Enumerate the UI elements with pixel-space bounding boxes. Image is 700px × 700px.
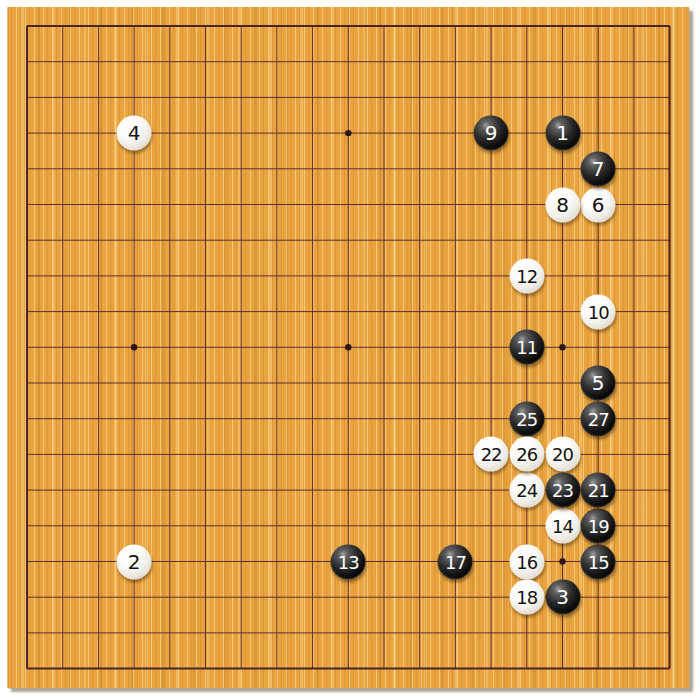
move-number: 23	[552, 473, 573, 508]
move-number: 6	[592, 187, 605, 222]
go-stone-white: 26	[509, 437, 544, 472]
move-number: 25	[516, 401, 537, 436]
go-stone-black: 7	[581, 151, 616, 186]
move-number: 14	[552, 508, 573, 543]
move-number: 4	[128, 116, 141, 151]
go-stone-black: 3	[545, 580, 580, 615]
move-number: 12	[516, 258, 537, 293]
move-number: 26	[516, 437, 537, 472]
go-board: 1234567891011121314151617181920212223242…	[7, 7, 689, 688]
go-stone-black: 25	[509, 401, 544, 436]
move-number: 13	[338, 544, 359, 579]
move-number: 16	[516, 544, 537, 579]
go-stone-black: 5	[581, 366, 616, 401]
move-number: 15	[588, 544, 609, 579]
go-stone-black: 19	[581, 508, 616, 543]
move-number: 5	[592, 366, 605, 401]
go-stone-black: 13	[331, 544, 366, 579]
move-number: 8	[556, 187, 569, 222]
move-number: 27	[588, 401, 609, 436]
move-number: 1	[556, 116, 569, 151]
move-number: 11	[516, 330, 537, 365]
move-number: 22	[481, 437, 502, 472]
go-stone-white: 12	[509, 258, 544, 293]
move-number: 24	[516, 473, 537, 508]
go-stone-white: 10	[581, 294, 616, 329]
go-stone-white: 14	[545, 508, 580, 543]
go-stone-white: 2	[117, 544, 152, 579]
go-stone-black: 9	[474, 116, 509, 151]
go-stone-white: 22	[474, 437, 509, 472]
move-number: 7	[592, 151, 605, 186]
move-number: 21	[588, 473, 609, 508]
move-number: 19	[588, 508, 609, 543]
move-number: 9	[485, 116, 498, 151]
go-stone-black: 21	[581, 473, 616, 508]
go-stone-black: 1	[545, 116, 580, 151]
go-stone-white: 20	[545, 437, 580, 472]
go-stone-black: 23	[545, 473, 580, 508]
go-stone-white: 4	[117, 116, 152, 151]
go-stone-black: 27	[581, 401, 616, 436]
move-number: 3	[556, 580, 569, 615]
go-stone-white: 24	[509, 473, 544, 508]
move-number: 2	[128, 544, 141, 579]
move-number: 20	[552, 437, 573, 472]
go-stone-white: 16	[509, 544, 544, 579]
move-number: 18	[516, 580, 537, 615]
go-stone-black: 15	[581, 544, 616, 579]
go-stone-black: 11	[509, 330, 544, 365]
go-stone-white: 8	[545, 187, 580, 222]
go-stone-black: 17	[438, 544, 473, 579]
move-number: 10	[588, 294, 609, 329]
move-number: 17	[445, 544, 466, 579]
go-stone-white: 18	[509, 580, 544, 615]
go-diagram-page: 1234567891011121314151617181920212223242…	[0, 0, 700, 700]
stones-layer: 1234567891011121314151617181920212223242…	[7, 7, 689, 688]
go-stone-white: 6	[581, 187, 616, 222]
